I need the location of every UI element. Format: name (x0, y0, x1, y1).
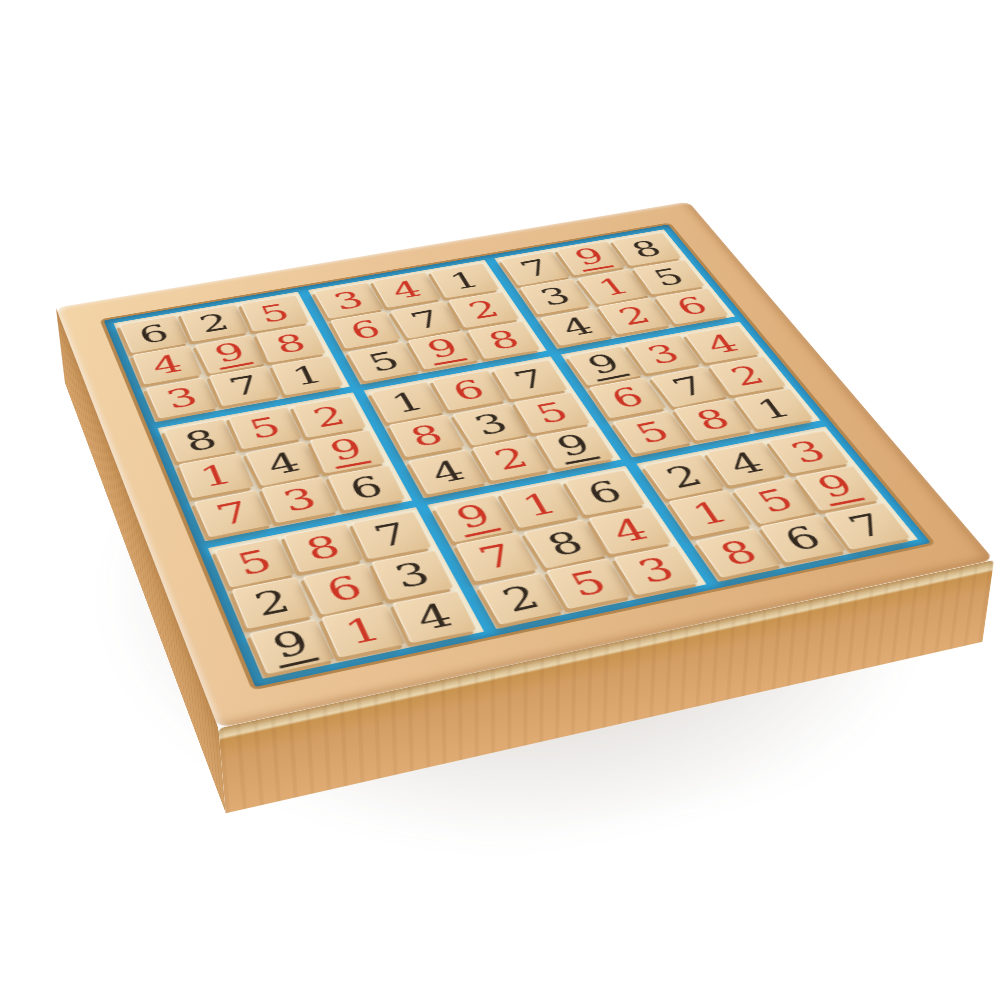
tile-digit: 8 (624, 237, 668, 261)
tile-digit: 7 (664, 372, 714, 402)
tile-digit: 1 (193, 459, 239, 491)
tile-digit: 1 (591, 274, 637, 300)
tile-digit: 3 (387, 557, 438, 593)
tile-digit: 7 (513, 256, 558, 281)
cell-r3c1[interactable]: 3 (146, 377, 219, 419)
tile-digit: 1 (384, 387, 431, 417)
tile-digit: 5 (230, 544, 280, 580)
tile-digit: 2 (723, 361, 772, 390)
scene: 6254983713416725987983154268521497361678… (0, 0, 1000, 1000)
tile-digit: 3 (467, 409, 516, 440)
cell-r3c3[interactable]: 1 (271, 356, 343, 396)
tile-digit: 3 (327, 287, 371, 313)
tile-digit: 6 (579, 476, 630, 509)
cell-r9c1[interactable]: 9 (249, 619, 334, 674)
tile-digit: 4 (385, 277, 428, 303)
tile-digit: 6 (344, 316, 388, 343)
tile-digit: 9 (420, 335, 467, 366)
tile-digit: 6 (318, 570, 370, 607)
tile-digit: 2 (247, 584, 297, 621)
tile-digit: 8 (688, 404, 738, 434)
tile-digit: 7 (366, 518, 415, 553)
cell-r3c4[interactable]: 5 (347, 342, 421, 382)
tile-digit: 9 (549, 430, 600, 465)
tile-digit: 1 (285, 361, 329, 390)
tile-digit: 9 (448, 499, 501, 537)
tile-digit: 9 (323, 434, 371, 469)
tile-digit: 7 (471, 539, 523, 575)
tile-digit: 7 (404, 306, 449, 333)
tile-digit: 4 (408, 598, 460, 636)
tile-digit: 4 (554, 313, 601, 340)
tile-digit: 2 (487, 443, 536, 475)
tile-digit: 2 (494, 580, 548, 618)
tile-digit: 8 (539, 526, 592, 561)
tile-digit: 8 (298, 530, 347, 565)
tile-digit: 5 (627, 417, 678, 448)
tile-digit: 5 (748, 484, 802, 518)
tile-digit: 3 (782, 436, 834, 467)
tile-digit: 2 (658, 460, 710, 493)
tile-digit: 3 (533, 283, 578, 309)
tile-digit: 7 (223, 371, 267, 400)
tile-digit: 9 (208, 339, 254, 370)
tile-digit: 8 (403, 420, 450, 451)
tile-digit: 5 (562, 565, 616, 602)
cell-r9c3[interactable]: 4 (392, 591, 476, 643)
tile-digit: 7 (507, 365, 554, 394)
tile-digit: 6 (445, 376, 492, 405)
cell-r6c4[interactable]: 4 (408, 449, 487, 494)
sudoku-box: 6254983713416725987983154268521497361678… (65, 274, 983, 813)
tile-digit: 3 (276, 483, 324, 516)
tile-digit: 6 (603, 383, 652, 413)
tile-digit: 7 (840, 509, 895, 543)
tile-digit: 1 (514, 488, 565, 522)
tile-digit: 5 (254, 300, 296, 327)
tile-digit: 4 (720, 447, 772, 479)
tile-digit: 1 (749, 394, 799, 424)
cell-r3c6[interactable]: 8 (467, 321, 540, 359)
tile-digit: 3 (160, 383, 205, 413)
tile-digit: 2 (306, 402, 351, 432)
tile-digit: 6 (775, 521, 830, 556)
tile-digit: 8 (178, 425, 224, 456)
tile-digit: 5 (528, 398, 576, 428)
tile-digit: 4 (604, 513, 656, 547)
tile-digit: 2 (193, 309, 235, 336)
tile-digit: 4 (260, 447, 308, 479)
tile-digit: 4 (146, 350, 189, 378)
tile-digit: 1 (684, 496, 737, 530)
tile-digit: 1 (337, 611, 389, 650)
tile-digit: 6 (132, 320, 175, 348)
tile-digit: 2 (611, 302, 657, 329)
tile-digit: 9 (580, 350, 630, 382)
tile-digit: 2 (462, 296, 506, 322)
tile-digit: 7 (209, 496, 257, 530)
tile-digit: 5 (646, 264, 691, 289)
tile-digit: 6 (342, 471, 390, 504)
tile-digit: 5 (242, 413, 287, 444)
tile-digit: 8 (269, 330, 312, 358)
tile-digit: 5 (361, 347, 407, 376)
tile-digit: 4 (698, 330, 746, 358)
tile-digit: 4 (423, 456, 473, 489)
tile-digit: 8 (711, 535, 766, 571)
tile-digit: 9 (568, 244, 614, 271)
tile-digit: 3 (629, 552, 683, 588)
cell-r6c3[interactable]: 6 (328, 465, 406, 510)
tile-digit: 9 (809, 470, 865, 506)
cell-r6c1[interactable]: 7 (194, 490, 273, 538)
tile-digit: 6 (669, 293, 715, 319)
tile-digit: 9 (264, 625, 319, 669)
tile-digit: 3 (640, 340, 688, 368)
tile-digit: 1 (443, 268, 486, 293)
cell-r6c6[interactable]: 9 (536, 426, 615, 469)
tile-digit: 8 (481, 326, 526, 353)
